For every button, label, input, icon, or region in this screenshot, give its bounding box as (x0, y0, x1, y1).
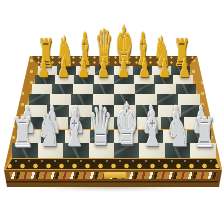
box-latch (104, 172, 126, 178)
silver-rook-h1: ♜ (187, 89, 222, 153)
chess-set-photo: ♜♞♝♛♚♝♞♜♟♟♟♟♟♟♟♟♟♟♟♟♟♟♟♟♜♞♝♛♚♝♞♜ (0, 0, 222, 222)
gold-pawn-h7: ♟ (167, 17, 203, 81)
